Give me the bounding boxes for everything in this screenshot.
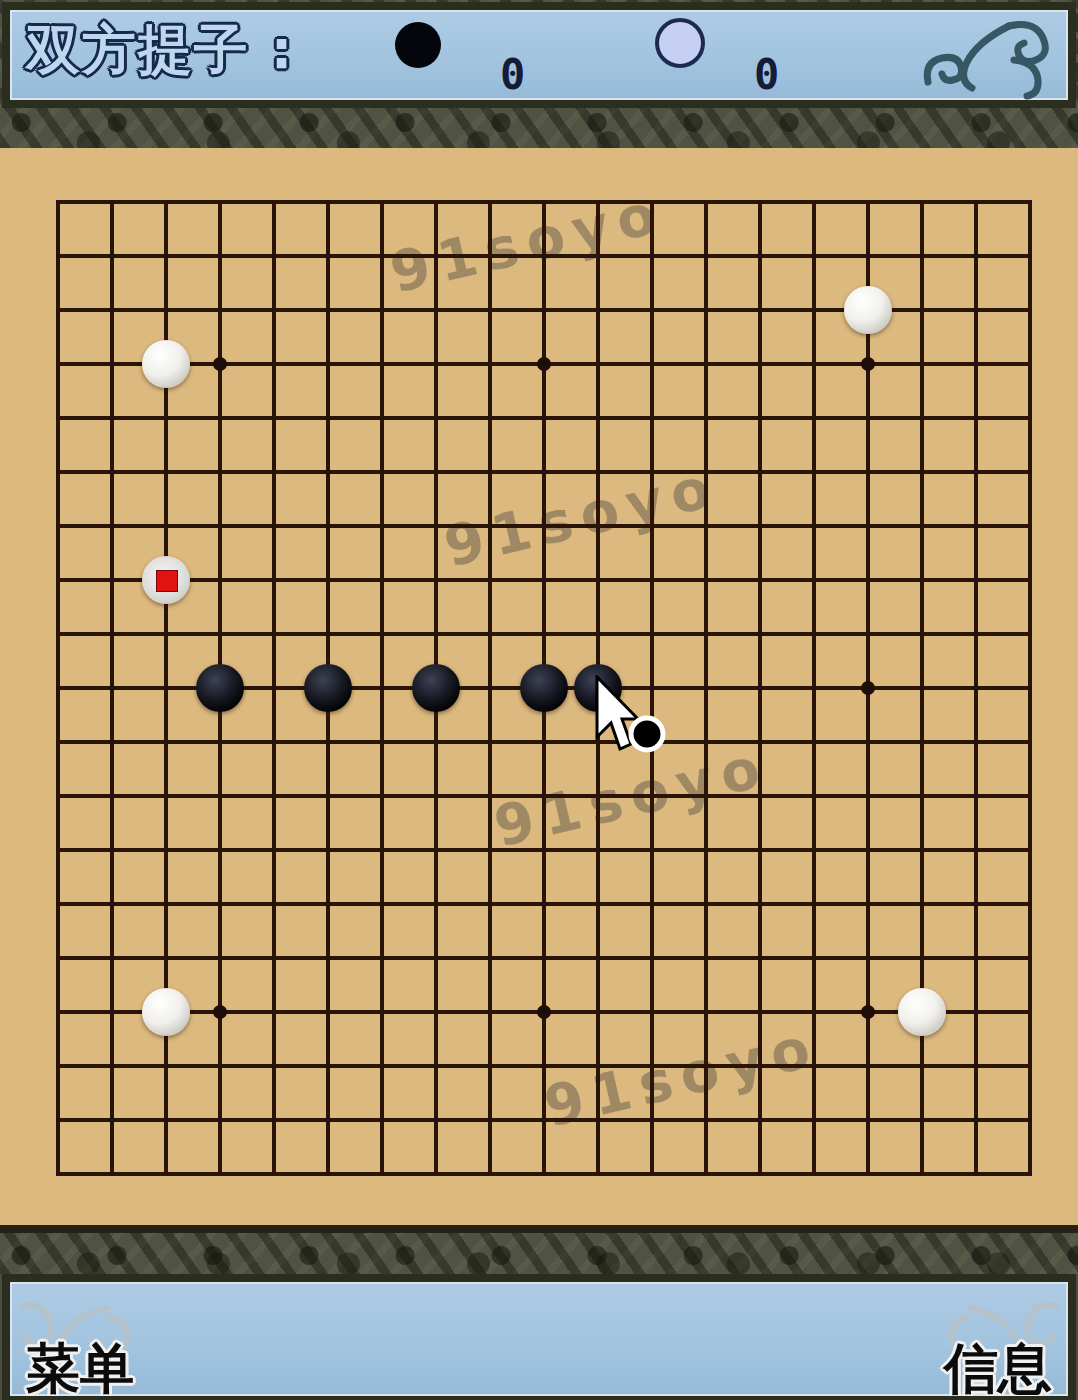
flourish-icon <box>914 10 1064 102</box>
star-point <box>213 357 227 371</box>
black-stone <box>304 664 352 712</box>
captures-label: 双方提子 : <box>26 14 294 87</box>
softkey-bar: 菜单 信息 <box>2 1274 1076 1400</box>
black-stone <box>196 664 244 712</box>
star-point <box>213 1005 227 1019</box>
star-point <box>537 1005 551 1019</box>
capture-status-bar: 双方提子 : 0 0 <box>2 2 1076 108</box>
white-stone-last-move <box>142 556 190 604</box>
divider-line <box>0 1225 1078 1233</box>
star-point <box>861 1005 875 1019</box>
white-stone-icon <box>655 18 705 68</box>
black-capture-count: 0 <box>500 50 525 99</box>
black-stone <box>412 664 460 712</box>
menu-softkey[interactable]: 菜单 <box>26 1333 134 1400</box>
white-stone <box>142 340 190 388</box>
board-background: 91soyo 91soyo 91soyo 91soyo <box>0 148 1078 1225</box>
game-screen: 双方提子 : 0 0 91soyo 91soyo 91soyo 91soyo <box>0 0 1078 1400</box>
cursor-with-black-stone <box>593 675 671 767</box>
star-point <box>537 357 551 371</box>
black-stone <box>520 664 568 712</box>
go-board[interactable] <box>31 175 1057 1201</box>
white-stone <box>898 988 946 1036</box>
white-stone <box>844 286 892 334</box>
white-capture-count: 0 <box>754 50 779 99</box>
info-softkey[interactable]: 信息 <box>944 1333 1052 1400</box>
black-stone-icon <box>395 22 441 68</box>
white-stone <box>142 988 190 1036</box>
ornament-band-bottom <box>0 1233 1078 1274</box>
star-point <box>861 357 875 371</box>
star-point <box>861 681 875 695</box>
